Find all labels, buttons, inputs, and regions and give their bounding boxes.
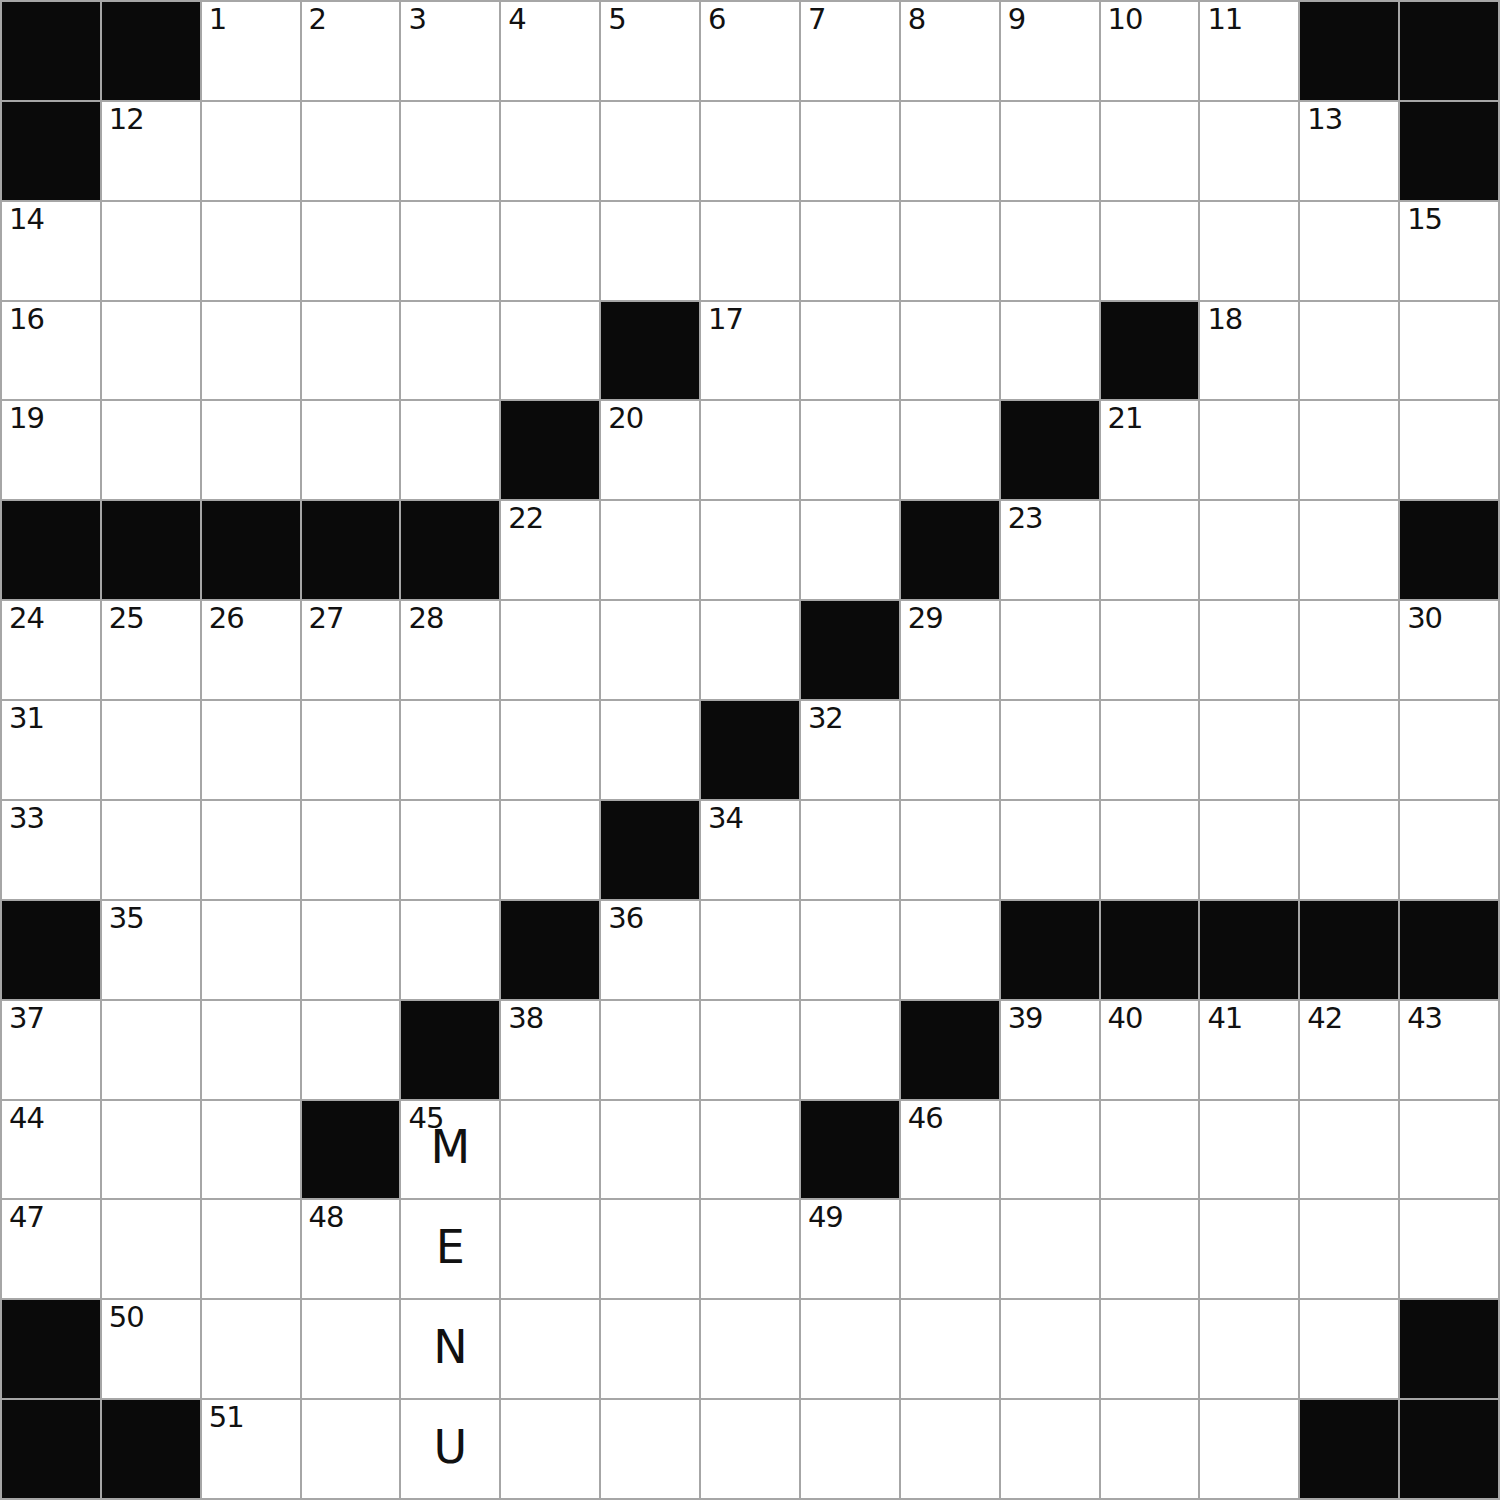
- cell[interactable]: [901, 302, 999, 400]
- cell[interactable]: [1001, 302, 1099, 400]
- cell[interactable]: [202, 1200, 300, 1298]
- clue-number: 7: [808, 5, 825, 34]
- clue-number: 30: [1407, 604, 1442, 633]
- cell[interactable]: [701, 401, 799, 499]
- block-cell: [901, 501, 999, 599]
- cell[interactable]: 10: [1101, 2, 1199, 100]
- cell[interactable]: [1300, 202, 1398, 300]
- cell[interactable]: [1200, 801, 1298, 899]
- clue-number: 23: [1008, 504, 1043, 533]
- block-cell: [102, 1400, 200, 1498]
- block-cell: [1400, 1400, 1498, 1498]
- block-cell: [102, 501, 200, 599]
- cell[interactable]: [501, 1400, 599, 1498]
- cell[interactable]: [701, 1200, 799, 1298]
- cell[interactable]: N: [401, 1300, 499, 1398]
- cell[interactable]: 47: [2, 1200, 100, 1298]
- cell[interactable]: [901, 1200, 999, 1298]
- clue-number: 15: [1407, 205, 1442, 234]
- cell[interactable]: [501, 202, 599, 300]
- cell[interactable]: [1101, 801, 1199, 899]
- cell[interactable]: 51: [202, 1400, 300, 1498]
- cell[interactable]: 7: [801, 2, 899, 100]
- cell[interactable]: 25: [102, 601, 200, 699]
- cell[interactable]: [601, 202, 699, 300]
- cell[interactable]: [1300, 1200, 1398, 1298]
- cell[interactable]: [202, 701, 300, 799]
- cell[interactable]: [1400, 801, 1498, 899]
- cell[interactable]: [601, 1300, 699, 1398]
- clue-number: 32: [808, 704, 843, 733]
- cell[interactable]: [1400, 701, 1498, 799]
- cell[interactable]: [401, 701, 499, 799]
- cell[interactable]: [202, 1101, 300, 1199]
- block-cell: [2, 901, 100, 999]
- cell[interactable]: 42: [1300, 1001, 1398, 1099]
- cell[interactable]: [1300, 501, 1398, 599]
- cell-letter: N: [433, 1324, 467, 1370]
- cell[interactable]: [601, 701, 699, 799]
- clue-number: 26: [209, 604, 244, 633]
- cell[interactable]: 13: [1300, 102, 1398, 200]
- cell[interactable]: [1200, 501, 1298, 599]
- cell[interactable]: [501, 1200, 599, 1298]
- cell[interactable]: [102, 1001, 200, 1099]
- cell[interactable]: [801, 102, 899, 200]
- cell[interactable]: 5: [601, 2, 699, 100]
- cell[interactable]: 28: [401, 601, 499, 699]
- clue-number: 11: [1207, 5, 1242, 34]
- block-cell: [601, 801, 699, 899]
- clue-number: 6: [708, 5, 725, 34]
- cell[interactable]: [701, 1300, 799, 1398]
- clue-number: 42: [1307, 1004, 1342, 1033]
- cell[interactable]: [1200, 601, 1298, 699]
- cell[interactable]: [102, 302, 200, 400]
- cell[interactable]: 22: [501, 501, 599, 599]
- cell[interactable]: 44: [2, 1101, 100, 1199]
- cell[interactable]: 30: [1400, 601, 1498, 699]
- cell[interactable]: [601, 1101, 699, 1199]
- cell[interactable]: [501, 302, 599, 400]
- cell[interactable]: [701, 1001, 799, 1099]
- cell[interactable]: [1300, 601, 1398, 699]
- cell[interactable]: [901, 701, 999, 799]
- cell[interactable]: [901, 102, 999, 200]
- clue-number: 27: [309, 604, 344, 633]
- clue-number: 34: [708, 804, 743, 833]
- clue-number: 24: [9, 604, 44, 633]
- block-cell: [2, 102, 100, 200]
- block-cell: [1101, 302, 1199, 400]
- cell[interactable]: [302, 1400, 400, 1498]
- cell[interactable]: [501, 601, 599, 699]
- cell[interactable]: 24: [2, 601, 100, 699]
- cell[interactable]: [1001, 1200, 1099, 1298]
- cell[interactable]: [202, 1001, 300, 1099]
- cell[interactable]: [102, 1200, 200, 1298]
- cell[interactable]: [401, 102, 499, 200]
- cell[interactable]: [701, 202, 799, 300]
- cell[interactable]: 8: [901, 2, 999, 100]
- cell[interactable]: [102, 202, 200, 300]
- clue-number: 35: [109, 904, 144, 933]
- cell[interactable]: [1101, 1400, 1199, 1498]
- cell[interactable]: [302, 801, 400, 899]
- clue-number: 20: [608, 404, 643, 433]
- cell[interactable]: [1200, 1300, 1298, 1398]
- cell[interactable]: 49: [801, 1200, 899, 1298]
- cell[interactable]: [401, 302, 499, 400]
- cell[interactable]: [901, 401, 999, 499]
- cell[interactable]: [1101, 1200, 1199, 1298]
- block-cell: [1300, 901, 1398, 999]
- cell[interactable]: [1101, 102, 1199, 200]
- cell[interactable]: [1001, 601, 1099, 699]
- block-cell: [501, 901, 599, 999]
- cell[interactable]: 48: [302, 1200, 400, 1298]
- cell[interactable]: [801, 401, 899, 499]
- clue-number: 4: [508, 5, 525, 34]
- block-cell: [2, 2, 100, 100]
- cell[interactable]: 33: [2, 801, 100, 899]
- clue-number: 1: [209, 5, 226, 34]
- cell[interactable]: 39: [1001, 1001, 1099, 1099]
- cell[interactable]: [1300, 401, 1398, 499]
- cell[interactable]: 40: [1101, 1001, 1199, 1099]
- cell[interactable]: [1001, 801, 1099, 899]
- cell[interactable]: [1001, 1101, 1099, 1199]
- cell[interactable]: [1001, 701, 1099, 799]
- cell[interactable]: 41: [1200, 1001, 1298, 1099]
- clue-number: 38: [508, 1004, 543, 1033]
- cell[interactable]: [1200, 701, 1298, 799]
- clue-number: 47: [9, 1203, 44, 1232]
- cell[interactable]: [1200, 202, 1298, 300]
- cell[interactable]: [501, 102, 599, 200]
- cell[interactable]: [102, 701, 200, 799]
- cell[interactable]: [801, 801, 899, 899]
- block-cell: [2, 1400, 100, 1498]
- cell[interactable]: [1101, 501, 1199, 599]
- cell[interactable]: [1400, 401, 1498, 499]
- block-cell: [1400, 901, 1498, 999]
- cell[interactable]: [601, 102, 699, 200]
- cell[interactable]: [801, 202, 899, 300]
- cell[interactable]: [1300, 1300, 1398, 1398]
- cell-letter: U: [434, 1424, 468, 1470]
- cell[interactable]: [701, 102, 799, 200]
- block-cell: [401, 501, 499, 599]
- cell[interactable]: [801, 302, 899, 400]
- cell[interactable]: [401, 801, 499, 899]
- cell[interactable]: [501, 1101, 599, 1199]
- cell[interactable]: 38: [501, 1001, 599, 1099]
- cell[interactable]: U: [401, 1400, 499, 1498]
- cell[interactable]: [1001, 102, 1099, 200]
- cell[interactable]: [801, 1001, 899, 1099]
- cell[interactable]: [302, 1300, 400, 1398]
- block-cell: [801, 1101, 899, 1199]
- cell[interactable]: [202, 302, 300, 400]
- clue-number: 41: [1207, 1004, 1242, 1033]
- clue-number: 8: [908, 5, 925, 34]
- cell[interactable]: [1400, 1200, 1498, 1298]
- cell[interactable]: [1300, 801, 1398, 899]
- clue-number: 19: [9, 404, 44, 433]
- cell[interactable]: [701, 601, 799, 699]
- cell[interactable]: [601, 501, 699, 599]
- cell[interactable]: [901, 901, 999, 999]
- cell[interactable]: [901, 202, 999, 300]
- clue-number: 13: [1307, 105, 1342, 134]
- clue-number: 49: [808, 1203, 843, 1232]
- cell[interactable]: 4: [501, 2, 599, 100]
- cell[interactable]: [202, 102, 300, 200]
- cell[interactable]: [801, 901, 899, 999]
- cell[interactable]: [1200, 401, 1298, 499]
- clue-number: 43: [1407, 1004, 1442, 1033]
- cell[interactable]: [202, 901, 300, 999]
- cell[interactable]: 29: [901, 601, 999, 699]
- cell[interactable]: [901, 1300, 999, 1398]
- clue-number: 25: [109, 604, 144, 633]
- cell[interactable]: 9: [1001, 2, 1099, 100]
- block-cell: [2, 1300, 100, 1398]
- clue-number: 5: [608, 5, 625, 34]
- cell[interactable]: 20: [601, 401, 699, 499]
- block-cell: [1001, 901, 1099, 999]
- block-cell: [1200, 901, 1298, 999]
- block-cell: [401, 1001, 499, 1099]
- block-cell: [1101, 901, 1199, 999]
- clue-number: 14: [9, 205, 44, 234]
- cell[interactable]: 11: [1200, 2, 1298, 100]
- cell[interactable]: [1300, 1101, 1398, 1199]
- cell[interactable]: [302, 102, 400, 200]
- cell[interactable]: 19: [2, 401, 100, 499]
- clue-number: 44: [9, 1104, 44, 1133]
- cell[interactable]: [1101, 601, 1199, 699]
- clue-number: 31: [9, 704, 44, 733]
- cell[interactable]: 12: [102, 102, 200, 200]
- clue-number: 16: [9, 305, 44, 334]
- block-cell: [1001, 401, 1099, 499]
- cell[interactable]: [901, 801, 999, 899]
- cell-letter: M: [431, 1125, 471, 1171]
- cell[interactable]: [801, 1400, 899, 1498]
- clue-number: 28: [408, 604, 443, 633]
- cell[interactable]: [401, 901, 499, 999]
- cell[interactable]: 26: [202, 601, 300, 699]
- clue-number: 17: [708, 305, 743, 334]
- cell[interactable]: [801, 501, 899, 599]
- cell[interactable]: 31: [2, 701, 100, 799]
- clue-number: 48: [309, 1203, 344, 1232]
- cell[interactable]: [1001, 202, 1099, 300]
- cell[interactable]: 45M: [401, 1101, 499, 1199]
- cell[interactable]: [401, 401, 499, 499]
- block-cell: [501, 401, 599, 499]
- cell[interactable]: 15: [1400, 202, 1498, 300]
- clue-number: 10: [1108, 5, 1143, 34]
- cell[interactable]: 6: [701, 2, 799, 100]
- cell[interactable]: 36: [601, 901, 699, 999]
- block-cell: [701, 701, 799, 799]
- cell[interactable]: [501, 801, 599, 899]
- cell[interactable]: 34: [701, 801, 799, 899]
- clue-number: 36: [608, 904, 643, 933]
- block-cell: [1400, 1300, 1498, 1398]
- cell[interactable]: [1001, 1300, 1099, 1398]
- cell[interactable]: 14: [2, 202, 100, 300]
- cell[interactable]: [501, 701, 599, 799]
- clue-number: 22: [508, 504, 543, 533]
- clue-number: 46: [908, 1104, 943, 1133]
- cell[interactable]: [601, 601, 699, 699]
- cell[interactable]: [601, 1200, 699, 1298]
- cell[interactable]: [202, 202, 300, 300]
- cell[interactable]: [501, 1300, 599, 1398]
- block-cell: [601, 302, 699, 400]
- cell[interactable]: [701, 501, 799, 599]
- clue-number: 18: [1207, 305, 1242, 334]
- block-cell: [302, 501, 400, 599]
- cell[interactable]: [302, 401, 400, 499]
- cell[interactable]: [401, 202, 499, 300]
- clue-number: 9: [1008, 5, 1025, 34]
- cell[interactable]: [1101, 202, 1199, 300]
- cell[interactable]: [1101, 1101, 1199, 1199]
- clue-number: 51: [209, 1403, 244, 1432]
- cell[interactable]: 16: [2, 302, 100, 400]
- block-cell: [1300, 1400, 1398, 1498]
- cell[interactable]: [701, 901, 799, 999]
- cell[interactable]: [701, 1400, 799, 1498]
- cell[interactable]: [102, 801, 200, 899]
- cell-letter: E: [436, 1224, 465, 1270]
- cell[interactable]: [1300, 701, 1398, 799]
- cell[interactable]: [1200, 1200, 1298, 1298]
- clue-number: 2: [309, 5, 326, 34]
- cell[interactable]: [302, 202, 400, 300]
- cell[interactable]: 3: [401, 2, 499, 100]
- cell[interactable]: [1400, 302, 1498, 400]
- cell[interactable]: [302, 701, 400, 799]
- cell[interactable]: E: [401, 1200, 499, 1298]
- block-cell: [2, 501, 100, 599]
- clue-number: 21: [1108, 404, 1143, 433]
- cell[interactable]: [901, 1400, 999, 1498]
- clue-number: 12: [109, 105, 144, 134]
- block-cell: [1400, 102, 1498, 200]
- clue-number: 50: [109, 1303, 144, 1332]
- cell[interactable]: 2: [302, 2, 400, 100]
- cell[interactable]: [1400, 1101, 1498, 1199]
- block-cell: [801, 601, 899, 699]
- cell[interactable]: 21: [1101, 401, 1199, 499]
- cell[interactable]: [202, 401, 300, 499]
- cell[interactable]: 17: [701, 302, 799, 400]
- cell[interactable]: [601, 1001, 699, 1099]
- cell[interactable]: 18: [1200, 302, 1298, 400]
- block-cell: [1400, 2, 1498, 100]
- cell[interactable]: [601, 1400, 699, 1498]
- clue-number: 29: [908, 604, 943, 633]
- cell[interactable]: 32: [801, 701, 899, 799]
- clue-number: 33: [9, 804, 44, 833]
- cell[interactable]: [102, 401, 200, 499]
- cell[interactable]: [302, 901, 400, 999]
- cell[interactable]: [1101, 1300, 1199, 1398]
- cell[interactable]: [1200, 1400, 1298, 1498]
- crossword-grid: 1234567891011121314151617181920212223242…: [0, 0, 1500, 1500]
- cell[interactable]: [801, 1300, 899, 1398]
- cell[interactable]: [1200, 1101, 1298, 1199]
- cell[interactable]: 50: [102, 1300, 200, 1398]
- clue-number: 39: [1008, 1004, 1043, 1033]
- cell[interactable]: 46: [901, 1101, 999, 1199]
- block-cell: [1300, 2, 1398, 100]
- cell[interactable]: [1200, 102, 1298, 200]
- cell[interactable]: 27: [302, 601, 400, 699]
- cell[interactable]: 35: [102, 901, 200, 999]
- clue-number: 3: [408, 5, 425, 34]
- cell[interactable]: [202, 1300, 300, 1398]
- cell[interactable]: 23: [1001, 501, 1099, 599]
- cell[interactable]: [202, 801, 300, 899]
- clue-number: 40: [1108, 1004, 1143, 1033]
- cell[interactable]: [102, 1101, 200, 1199]
- cell[interactable]: 1: [202, 2, 300, 100]
- cell[interactable]: [1001, 1400, 1099, 1498]
- block-cell: [302, 1101, 400, 1199]
- cell[interactable]: [1300, 302, 1398, 400]
- cell[interactable]: [1101, 701, 1199, 799]
- cell[interactable]: [701, 1101, 799, 1199]
- cell[interactable]: 37: [2, 1001, 100, 1099]
- clue-number: 37: [9, 1004, 44, 1033]
- block-cell: [901, 1001, 999, 1099]
- block-cell: [102, 2, 200, 100]
- block-cell: [1400, 501, 1498, 599]
- block-cell: [202, 501, 300, 599]
- cell[interactable]: [302, 1001, 400, 1099]
- cell[interactable]: [302, 302, 400, 400]
- cell[interactable]: 43: [1400, 1001, 1498, 1099]
